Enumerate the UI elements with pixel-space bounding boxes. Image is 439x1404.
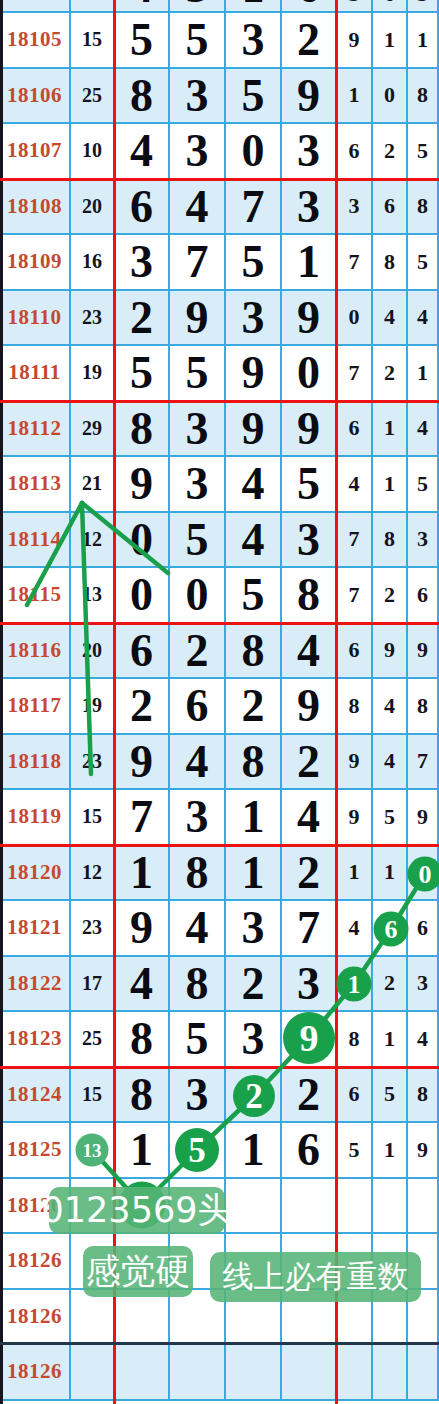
chart-row: 18116206284699	[0, 624, 439, 680]
digit-cell: 2	[282, 735, 337, 791]
digit-cell: 6	[115, 180, 170, 236]
aux-digit-cell: 1	[408, 13, 439, 69]
digit-cell: 8	[170, 846, 226, 902]
sum-cell: 16	[71, 0, 115, 13]
sum-cell	[71, 1345, 115, 1401]
digit-cell	[282, 1345, 337, 1401]
chart-row: 18121239437466	[0, 901, 439, 957]
sum-cell: 16	[71, 235, 115, 291]
aux-digit-cell: 6	[337, 402, 373, 458]
sum-cell: 20	[71, 180, 115, 236]
digit-cell: 3	[170, 790, 226, 846]
digit-cell: 7	[115, 790, 170, 846]
digit-cell: 3	[226, 291, 282, 347]
digit-cell: 4	[226, 513, 282, 569]
aux-digit-cell: 6	[373, 901, 408, 957]
sum-cell: 25	[71, 69, 115, 125]
aux-digit-cell: 6	[408, 901, 439, 957]
digit-cell: 9	[282, 402, 337, 458]
digit-cell: 0	[226, 124, 282, 180]
digit-cell: 1	[226, 1123, 282, 1179]
chart-row: 18113219345415	[0, 457, 439, 513]
digit-cell: 3	[170, 69, 226, 125]
sum-cell: 25	[71, 1012, 115, 1068]
digit-cell: 6	[282, 1123, 337, 1179]
digit-cell: 1	[226, 846, 282, 902]
sum-cell: 23	[71, 901, 115, 957]
digit-cell: 1	[226, 790, 282, 846]
period-cell: 18104	[0, 0, 71, 13]
aux-digit-cell: 7	[337, 568, 373, 624]
digit-cell: 3	[226, 1012, 282, 1068]
period-cell: 18111	[0, 346, 71, 402]
digit-cell: 2	[226, 957, 282, 1013]
aux-digit-cell: 8	[408, 69, 439, 125]
sum-cell: 15	[71, 13, 115, 69]
aux-digit-cell: 1	[373, 13, 408, 69]
digit-cell	[226, 1179, 282, 1235]
period-cell: 18114	[0, 513, 71, 569]
digit-cell: 5	[170, 346, 226, 402]
digit-cell	[226, 1345, 282, 1401]
chart-row: 18111195590721	[0, 346, 439, 402]
digit-cell: 3	[170, 1068, 226, 1124]
sum-cell: 15	[71, 790, 115, 846]
aux-digit-cell: 3	[337, 180, 373, 236]
digit-cell: 4	[170, 735, 226, 791]
lottery-trend-board: 1810416451656318105155532911181062583591…	[0, 0, 439, 1404]
period-cell: 18123	[0, 1012, 71, 1068]
sum-cell: 17	[71, 957, 115, 1013]
aux-digit-cell: 9	[373, 624, 408, 680]
aux-digit-cell: 8	[337, 679, 373, 735]
aux-digit-cell: 1	[408, 346, 439, 402]
chart-row: 18125131516519	[0, 1123, 439, 1179]
aux-digit-cell: 8	[337, 1012, 373, 1068]
digit-cell: 4	[282, 790, 337, 846]
digit-cell: 3	[170, 124, 226, 180]
aux-digit-cell: 1	[337, 846, 373, 902]
digit-cell: 2	[282, 1068, 337, 1124]
chart-row: 18126	[0, 1345, 439, 1401]
period-cell: 18126	[0, 1234, 71, 1290]
aux-digit-cell: 9	[408, 1123, 439, 1179]
aux-digit-cell: 4	[373, 291, 408, 347]
period-cell: 18122	[0, 957, 71, 1013]
aux-digit-cell: 3	[408, 0, 439, 13]
aux-digit-cell: 5	[373, 790, 408, 846]
digit-cell: 3	[170, 402, 226, 458]
digit-cell: 4	[115, 957, 170, 1013]
digit-cell: 9	[170, 291, 226, 347]
digit-cell: 5	[170, 0, 226, 13]
digit-cell: 4	[282, 624, 337, 680]
sum-cell: 23	[71, 291, 115, 347]
digit-cell: 0	[282, 346, 337, 402]
sum-cell: 19	[71, 346, 115, 402]
chart-row: 18122174823123	[0, 957, 439, 1013]
aux-digit-cell: 1	[373, 402, 408, 458]
digit-cell: 7	[226, 180, 282, 236]
digit-cell: 9	[282, 679, 337, 735]
digit-cell: 1	[282, 235, 337, 291]
chart-row: 18104164516563	[0, 0, 439, 13]
aux-digit-cell: 4	[373, 679, 408, 735]
period-cell: 18115	[0, 568, 71, 624]
digit-cell: 8	[115, 402, 170, 458]
aux-digit-cell	[373, 1179, 408, 1235]
digit-cell: 3	[282, 180, 337, 236]
chart-row: 18110232939044	[0, 291, 439, 347]
digit-cell: 3	[282, 124, 337, 180]
digit-cell	[170, 1345, 226, 1401]
sum-cell: 29	[71, 402, 115, 458]
chart-row: 18117192629848	[0, 679, 439, 735]
aux-digit-cell: 7	[337, 235, 373, 291]
sum-cell: 23	[71, 735, 115, 791]
period-cell: 18121	[0, 901, 71, 957]
aux-digit-cell: 1	[337, 69, 373, 125]
aux-digit-cell: 2	[373, 124, 408, 180]
digit-cell: 9	[115, 457, 170, 513]
digit-cell: 2	[115, 291, 170, 347]
digit-cell: 4	[170, 901, 226, 957]
chart-row: 18108206473368	[0, 180, 439, 236]
aux-digit-cell	[337, 1179, 373, 1235]
chart-row: 18114120543783	[0, 513, 439, 569]
aux-digit-cell: 1	[373, 846, 408, 902]
period-cell: 18109	[0, 235, 71, 291]
digit-cell: 2	[226, 679, 282, 735]
period-cell: 18120	[0, 846, 71, 902]
digit-cell: 5	[226, 568, 282, 624]
digit-cell: 8	[115, 69, 170, 125]
digit-cell: 5	[170, 13, 226, 69]
aux-digit-cell: 5	[373, 1068, 408, 1124]
aux-digit-cell: 1	[373, 1012, 408, 1068]
digit-cell: 3	[226, 901, 282, 957]
period-cell: 18113	[0, 457, 71, 513]
digit-cell: 3	[170, 457, 226, 513]
sum-cell: 15	[71, 1068, 115, 1124]
sum-cell: 12	[71, 846, 115, 902]
digit-cell: 5	[170, 1123, 226, 1179]
period-cell: 18106	[0, 69, 71, 125]
aux-digit-cell: 6	[373, 0, 408, 13]
chart-row: 18115130058726	[0, 568, 439, 624]
aux-digit-cell: 2	[373, 568, 408, 624]
chart-row: 18112298399614	[0, 402, 439, 458]
digit-cell: 2	[170, 624, 226, 680]
sum-cell: 13	[71, 1123, 115, 1179]
digit-cell: 9	[226, 346, 282, 402]
aux-digit-cell: 6	[373, 180, 408, 236]
aux-digit-cell: 3	[408, 513, 439, 569]
aux-digit-cell	[337, 1345, 373, 1401]
aux-digit-cell: 8	[408, 679, 439, 735]
sum-cell: 13	[71, 568, 115, 624]
aux-digit-cell: 8	[373, 235, 408, 291]
period-cell: 18105	[0, 13, 71, 69]
period-cell: 18108	[0, 180, 71, 236]
aux-digit-cell: 8	[408, 1068, 439, 1124]
digit-cell: 3	[282, 513, 337, 569]
sum-cell: 21	[71, 457, 115, 513]
digit-cell: 9	[115, 735, 170, 791]
chart-row: 18119157314959	[0, 790, 439, 846]
aux-digit-cell: 7	[408, 735, 439, 791]
aux-digit-cell: 7	[337, 346, 373, 402]
aux-digit-cell: 8	[408, 180, 439, 236]
digit-cell: 8	[170, 957, 226, 1013]
aux-digit-cell: 9	[337, 735, 373, 791]
digit-cell: 1	[115, 1123, 170, 1179]
red-group-divider	[0, 400, 439, 403]
aux-digit-cell: 6	[337, 1068, 373, 1124]
aux-digit-cell: 1	[337, 957, 373, 1013]
digit-cell: 3	[115, 235, 170, 291]
aux-digit-cell: 1	[373, 1123, 408, 1179]
aux-digit-cell: 9	[337, 13, 373, 69]
chart-row: 18120121812110	[0, 846, 439, 902]
sum-cell: 12	[71, 513, 115, 569]
aux-digit-cell: 1	[373, 457, 408, 513]
digit-cell: 8	[115, 1012, 170, 1068]
digit-cell	[115, 1345, 170, 1401]
digit-cell: 5	[170, 1012, 226, 1068]
period-cell: 18126	[0, 1345, 71, 1401]
digit-cell: 8	[115, 1068, 170, 1124]
digit-cell: 5	[115, 13, 170, 69]
aux-digit-cell: 4	[373, 735, 408, 791]
aux-digit-cell: 0	[408, 846, 439, 902]
aux-digit-cell: 4	[408, 291, 439, 347]
aux-digit-cell	[373, 1345, 408, 1401]
red-group-divider	[0, 178, 439, 181]
digit-cell: 9	[282, 1012, 337, 1068]
chart-row: 18105155532911	[0, 13, 439, 69]
digit-cell: 4	[226, 457, 282, 513]
period-cell: 18119	[0, 790, 71, 846]
period-cell: 18110	[0, 291, 71, 347]
chart-row: 18107104303625	[0, 124, 439, 180]
digit-cell: 4	[115, 0, 170, 13]
digit-cell: 7	[170, 235, 226, 291]
aux-digit-cell: 0	[373, 69, 408, 125]
digit-cell: 5	[170, 513, 226, 569]
digit-cell: 7	[282, 901, 337, 957]
aux-digit-cell: 4	[408, 402, 439, 458]
digit-cell: 6	[282, 0, 337, 13]
digit-cell: 8	[226, 735, 282, 791]
digit-cell: 0	[115, 568, 170, 624]
left-border	[0, 0, 3, 1404]
digit-cell: 9	[226, 402, 282, 458]
digit-cell: 3	[226, 13, 282, 69]
digit-cell: 8	[226, 624, 282, 680]
period-cell: 18107	[0, 124, 71, 180]
aux-digit-cell: 5	[408, 457, 439, 513]
digit-cell: 2	[115, 679, 170, 735]
chart-row: 18118239482947	[0, 735, 439, 791]
digit-cell: 6	[170, 679, 226, 735]
digit-cell: 1	[115, 846, 170, 902]
digit-cell: 0	[170, 568, 226, 624]
aux-digit-cell: 0	[337, 291, 373, 347]
digit-cell: 9	[282, 291, 337, 347]
chart-row: 18109163751785	[0, 235, 439, 291]
digit-cell: 5	[226, 235, 282, 291]
red-column-divider	[335, 0, 338, 1404]
dark-section-divider	[0, 1342, 439, 1345]
aux-digit-cell: 6	[337, 124, 373, 180]
aux-digit-cell: 5	[337, 0, 373, 13]
red-group-divider	[0, 844, 439, 847]
red-group-divider	[0, 622, 439, 625]
digit-cell: 1	[226, 0, 282, 13]
chart-row: 18124158322658	[0, 1068, 439, 1124]
aux-digit-cell: 9	[337, 790, 373, 846]
digit-cell: 9	[115, 901, 170, 957]
period-cell: 18116	[0, 624, 71, 680]
period-cell: 18126	[0, 1290, 71, 1346]
period-cell: 18112	[0, 402, 71, 458]
digit-cell: 5	[282, 457, 337, 513]
digit-cell: 6	[115, 624, 170, 680]
digit-cell: 2	[226, 1068, 282, 1124]
comment-label-feel: 感觉硬	[83, 1246, 193, 1297]
aux-digit-cell: 6	[337, 624, 373, 680]
period-cell: 18117	[0, 679, 71, 735]
digit-cell: 2	[282, 846, 337, 902]
chart-row: 18106258359108	[0, 69, 439, 125]
sum-cell: 19	[71, 679, 115, 735]
digit-cell: 9	[282, 69, 337, 125]
aux-digit-cell: 5	[408, 124, 439, 180]
aux-digit-cell	[408, 1179, 439, 1235]
period-cell: 18118	[0, 735, 71, 791]
digit-cell	[115, 1290, 170, 1346]
aux-digit-cell: 2	[373, 957, 408, 1013]
digit-cell: 8	[282, 568, 337, 624]
digit-cell: 5	[115, 346, 170, 402]
aux-digit-cell: 4	[337, 457, 373, 513]
aux-digit-cell: 6	[408, 568, 439, 624]
sum-cell	[71, 1290, 115, 1346]
digit-cell: 2	[282, 13, 337, 69]
aux-digit-cell: 5	[408, 235, 439, 291]
digit-cell: 5	[226, 69, 282, 125]
digit-cell: 0	[115, 513, 170, 569]
digit-cell: 4	[170, 180, 226, 236]
digit-cell: 4	[115, 124, 170, 180]
period-cell: 18124	[0, 1068, 71, 1124]
period-cell: 18125	[0, 1123, 71, 1179]
comment-label-repeat: 线上必有重数	[210, 1252, 421, 1302]
aux-digit-cell: 9	[408, 624, 439, 680]
aux-digit-cell: 5	[337, 1123, 373, 1179]
aux-digit-cell: 7	[337, 513, 373, 569]
aux-digit-cell	[408, 1345, 439, 1401]
sum-cell: 20	[71, 624, 115, 680]
aux-digit-cell: 9	[408, 790, 439, 846]
aux-digit-cell: 2	[373, 346, 408, 402]
aux-digit-cell: 4	[408, 1012, 439, 1068]
digit-cell: 3	[282, 957, 337, 1013]
aux-digit-cell: 4	[337, 901, 373, 957]
digit-cell	[282, 1179, 337, 1235]
aux-digit-cell: 3	[408, 957, 439, 1013]
chart-row: 18123258539814	[0, 1012, 439, 1068]
prediction-head-label: 0123569头	[49, 1187, 225, 1234]
sum-cell: 10	[71, 124, 115, 180]
aux-digit-cell: 8	[373, 513, 408, 569]
red-group-divider	[0, 1066, 439, 1069]
